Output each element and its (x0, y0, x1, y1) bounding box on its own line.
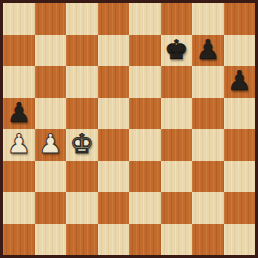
square-f3[interactable] (161, 161, 193, 193)
square-c6[interactable] (66, 66, 98, 98)
black-king[interactable]: ♚ (164, 36, 188, 63)
square-a5[interactable]: ♟ (3, 98, 35, 130)
black-pawn[interactable]: ♟ (196, 36, 220, 63)
square-c3[interactable] (66, 161, 98, 193)
square-h2[interactable] (224, 192, 256, 224)
square-b6[interactable] (35, 66, 67, 98)
square-f6[interactable] (161, 66, 193, 98)
square-c4[interactable]: ♚ (66, 129, 98, 161)
white-pawn[interactable]: ♟ (7, 130, 31, 157)
square-e4[interactable] (129, 129, 161, 161)
square-e2[interactable] (129, 192, 161, 224)
square-d6[interactable] (98, 66, 130, 98)
square-d3[interactable] (98, 161, 130, 193)
square-h3[interactable] (224, 161, 256, 193)
square-f7[interactable]: ♚ (161, 35, 193, 67)
square-h8[interactable] (224, 3, 256, 35)
square-g7[interactable]: ♟ (192, 35, 224, 67)
white-king[interactable]: ♚ (70, 130, 94, 157)
square-h4[interactable] (224, 129, 256, 161)
square-e8[interactable] (129, 3, 161, 35)
chess-board-frame: ♚♟♟♟♟♟♚ (0, 0, 258, 258)
square-h5[interactable] (224, 98, 256, 130)
square-b8[interactable] (35, 3, 67, 35)
square-c7[interactable] (66, 35, 98, 67)
square-f2[interactable] (161, 192, 193, 224)
square-b2[interactable] (35, 192, 67, 224)
square-g2[interactable] (192, 192, 224, 224)
square-c2[interactable] (66, 192, 98, 224)
square-g6[interactable] (192, 66, 224, 98)
square-d5[interactable] (98, 98, 130, 130)
square-e7[interactable] (129, 35, 161, 67)
square-b1[interactable] (35, 224, 67, 256)
square-c1[interactable] (66, 224, 98, 256)
square-a7[interactable] (3, 35, 35, 67)
square-b4[interactable]: ♟ (35, 129, 67, 161)
square-d7[interactable] (98, 35, 130, 67)
square-c5[interactable] (66, 98, 98, 130)
square-f4[interactable] (161, 129, 193, 161)
square-b5[interactable] (35, 98, 67, 130)
black-pawn[interactable]: ♟ (227, 67, 251, 94)
square-g1[interactable] (192, 224, 224, 256)
chess-board: ♚♟♟♟♟♟♚ (3, 3, 255, 255)
square-g8[interactable] (192, 3, 224, 35)
white-pawn[interactable]: ♟ (38, 130, 62, 157)
square-d4[interactable] (98, 129, 130, 161)
square-a3[interactable] (3, 161, 35, 193)
square-c8[interactable] (66, 3, 98, 35)
square-d8[interactable] (98, 3, 130, 35)
square-d2[interactable] (98, 192, 130, 224)
square-d1[interactable] (98, 224, 130, 256)
square-a6[interactable] (3, 66, 35, 98)
square-f5[interactable] (161, 98, 193, 130)
square-a1[interactable] (3, 224, 35, 256)
square-f8[interactable] (161, 3, 193, 35)
square-g3[interactable] (192, 161, 224, 193)
square-a2[interactable] (3, 192, 35, 224)
square-g4[interactable] (192, 129, 224, 161)
square-h1[interactable] (224, 224, 256, 256)
square-b3[interactable] (35, 161, 67, 193)
square-a8[interactable] (3, 3, 35, 35)
square-a4[interactable]: ♟ (3, 129, 35, 161)
black-pawn[interactable]: ♟ (7, 99, 31, 126)
square-e1[interactable] (129, 224, 161, 256)
square-h7[interactable] (224, 35, 256, 67)
square-f1[interactable] (161, 224, 193, 256)
square-g5[interactable] (192, 98, 224, 130)
square-b7[interactable] (35, 35, 67, 67)
square-h6[interactable]: ♟ (224, 66, 256, 98)
square-e6[interactable] (129, 66, 161, 98)
square-e3[interactable] (129, 161, 161, 193)
square-e5[interactable] (129, 98, 161, 130)
